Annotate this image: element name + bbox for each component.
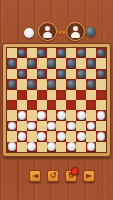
square-r7c4[interactable] <box>37 110 47 120</box>
square-r6c6 <box>56 100 66 110</box>
square-r10c2 <box>17 142 27 152</box>
dark-piece[interactable] <box>18 49 27 58</box>
white-piece[interactable] <box>47 142 56 151</box>
square-r3c2[interactable] <box>17 69 27 79</box>
square-r10c4 <box>37 142 47 152</box>
square-r7c2[interactable] <box>17 110 27 120</box>
dark-piece[interactable] <box>8 80 17 89</box>
square-r9c9 <box>86 131 96 141</box>
square-r5c3 <box>27 90 37 100</box>
square-r1c7 <box>66 48 76 58</box>
white-piece[interactable] <box>67 122 76 131</box>
square-r10c8 <box>76 142 86 152</box>
square-r4c5[interactable] <box>47 79 57 89</box>
square-r8c3[interactable] <box>27 121 37 131</box>
square-r7c8[interactable] <box>76 110 86 120</box>
square-r9c1 <box>7 131 17 141</box>
square-r6c4 <box>37 100 47 110</box>
dark-piece[interactable] <box>37 49 46 58</box>
square-r6c3[interactable] <box>27 100 37 110</box>
dark-piece[interactable] <box>57 70 66 79</box>
dark-piece[interactable] <box>47 80 56 89</box>
square-r8c2 <box>17 121 27 131</box>
board-frame <box>2 43 111 157</box>
undo-button[interactable]: ↺ <box>47 170 59 182</box>
white-piece[interactable] <box>8 122 17 131</box>
white-piece[interactable] <box>37 111 46 120</box>
square-r7c7 <box>66 110 76 120</box>
square-r8c10 <box>96 121 106 131</box>
square-r2c8 <box>76 58 86 68</box>
square-r10c5[interactable] <box>47 142 57 152</box>
dark-piece[interactable] <box>67 80 76 89</box>
square-r10c10 <box>96 142 106 152</box>
square-r4c6 <box>56 79 66 89</box>
square-r9c2[interactable] <box>17 131 27 141</box>
square-r7c6[interactable] <box>56 110 66 120</box>
square-r5c2[interactable] <box>17 90 27 100</box>
square-r2c6 <box>56 58 66 68</box>
square-r3c8[interactable] <box>76 69 86 79</box>
square-r7c9 <box>86 110 96 120</box>
square-r8c4 <box>37 121 47 131</box>
forward-button[interactable]: ► <box>83 170 95 182</box>
square-r5c8[interactable] <box>76 90 86 100</box>
forward-icon: ► <box>86 172 92 180</box>
white-piece[interactable] <box>47 122 56 131</box>
square-r1c2[interactable] <box>17 48 27 58</box>
square-r2c1[interactable] <box>7 58 17 68</box>
square-r10c3[interactable] <box>27 142 37 152</box>
square-r9c5 <box>47 131 57 141</box>
dark-piece[interactable] <box>87 80 96 89</box>
square-r10c9[interactable] <box>86 142 96 152</box>
white-piece[interactable] <box>97 132 106 141</box>
square-r4c9[interactable] <box>86 79 96 89</box>
square-r4c2 <box>17 79 27 89</box>
square-r9c8[interactable] <box>76 131 86 141</box>
square-r1c5 <box>47 48 57 58</box>
dark-piece[interactable] <box>27 59 36 68</box>
square-r1c6[interactable] <box>56 48 66 58</box>
square-r5c9 <box>86 90 96 100</box>
square-r1c8[interactable] <box>76 48 86 58</box>
square-r9c4[interactable] <box>37 131 47 141</box>
square-r6c2 <box>17 100 27 110</box>
square-r1c1 <box>7 48 17 58</box>
square-r6c9[interactable] <box>86 100 96 110</box>
notification-badge <box>71 167 79 175</box>
square-r3c4[interactable] <box>37 69 47 79</box>
white-piece[interactable] <box>77 111 86 120</box>
square-r4c10 <box>96 79 106 89</box>
dark-piece[interactable] <box>67 59 76 68</box>
square-r2c10 <box>96 58 106 68</box>
square-r3c1 <box>7 69 17 79</box>
square-r7c10[interactable] <box>96 110 106 120</box>
white-piece-icon <box>24 28 34 38</box>
dark-piece[interactable] <box>18 70 27 79</box>
dark-piece[interactable] <box>37 70 46 79</box>
vs-label: vs <box>57 28 66 35</box>
square-r5c6[interactable] <box>56 90 66 100</box>
dark-piece[interactable] <box>87 59 96 68</box>
square-r1c4[interactable] <box>37 48 47 58</box>
white-piece[interactable] <box>97 111 106 120</box>
redo-button[interactable]: ↻ <box>65 170 77 182</box>
person-icon <box>39 23 56 40</box>
dark-piece[interactable] <box>77 49 86 58</box>
white-piece[interactable] <box>27 142 36 151</box>
dark-piece[interactable] <box>27 80 36 89</box>
control-bar: ◄↺↻► <box>0 170 113 184</box>
square-r5c10[interactable] <box>96 90 106 100</box>
square-r9c6[interactable] <box>56 131 66 141</box>
person-icon <box>67 23 84 40</box>
white-piece[interactable] <box>37 132 46 141</box>
square-r9c7 <box>66 131 76 141</box>
square-r3c7 <box>66 69 76 79</box>
player1-avatar[interactable] <box>38 22 57 41</box>
white-piece[interactable] <box>57 132 66 141</box>
square-r8c8 <box>76 121 86 131</box>
square-r5c4[interactable] <box>37 90 47 100</box>
square-r9c3 <box>27 131 37 141</box>
square-r8c5[interactable] <box>47 121 57 131</box>
square-r10c1[interactable] <box>7 142 17 152</box>
square-r2c3[interactable] <box>27 58 37 68</box>
square-r6c10 <box>96 100 106 110</box>
square-r4c1[interactable] <box>7 79 17 89</box>
white-piece[interactable] <box>27 122 36 131</box>
square-r1c3 <box>27 48 37 58</box>
square-r6c5[interactable] <box>47 100 57 110</box>
square-r4c8 <box>76 79 86 89</box>
square-r3c10[interactable] <box>96 69 106 79</box>
dark-piece[interactable] <box>57 49 66 58</box>
white-piece[interactable] <box>57 111 66 120</box>
square-r6c7[interactable] <box>66 100 76 110</box>
square-r3c5 <box>47 69 57 79</box>
dark-piece[interactable] <box>47 59 56 68</box>
square-r5c7 <box>66 90 76 100</box>
dark-piece[interactable] <box>77 70 86 79</box>
dark-piece-icon <box>86 27 96 37</box>
square-r2c4 <box>37 58 47 68</box>
square-r4c3[interactable] <box>27 79 37 89</box>
white-piece[interactable] <box>77 132 86 141</box>
white-piece[interactable] <box>87 142 96 151</box>
back-icon: ◄ <box>32 172 38 180</box>
square-r4c7[interactable] <box>66 79 76 89</box>
match-header: vs <box>0 10 113 34</box>
dark-piece[interactable] <box>8 59 17 68</box>
square-r3c6[interactable] <box>56 69 66 79</box>
undo-icon: ↺ <box>50 172 57 180</box>
square-r7c1 <box>7 110 17 120</box>
checkers-app: vs ◄↺↻► <box>0 0 113 200</box>
square-r8c1[interactable] <box>7 121 17 131</box>
square-r2c5[interactable] <box>47 58 57 68</box>
square-r6c8 <box>76 100 86 110</box>
square-r3c3 <box>27 69 37 79</box>
white-piece[interactable] <box>8 142 17 151</box>
square-r5c1 <box>7 90 17 100</box>
square-r10c6 <box>56 142 66 152</box>
white-piece[interactable] <box>87 122 96 131</box>
square-r10c7[interactable] <box>66 142 76 152</box>
square-r8c6 <box>56 121 66 131</box>
square-r2c9[interactable] <box>86 58 96 68</box>
white-piece[interactable] <box>18 132 27 141</box>
square-r8c7[interactable] <box>66 121 76 131</box>
white-piece[interactable] <box>18 111 27 120</box>
square-r5c5 <box>47 90 57 100</box>
dark-piece[interactable] <box>97 70 106 79</box>
square-r4c4 <box>37 79 47 89</box>
square-r8c9[interactable] <box>86 121 96 131</box>
square-r1c10[interactable] <box>96 48 106 58</box>
square-r7c5 <box>47 110 57 120</box>
board <box>6 47 107 153</box>
player2-avatar[interactable] <box>66 22 85 41</box>
square-r2c2 <box>17 58 27 68</box>
square-r3c9 <box>86 69 96 79</box>
square-r9c10[interactable] <box>96 131 106 141</box>
white-piece[interactable] <box>67 142 76 151</box>
square-r2c7[interactable] <box>66 58 76 68</box>
back-button[interactable]: ◄ <box>29 170 41 182</box>
square-r7c3 <box>27 110 37 120</box>
square-r6c1[interactable] <box>7 100 17 110</box>
square-r1c9 <box>86 48 96 58</box>
dark-piece[interactable] <box>97 49 106 58</box>
